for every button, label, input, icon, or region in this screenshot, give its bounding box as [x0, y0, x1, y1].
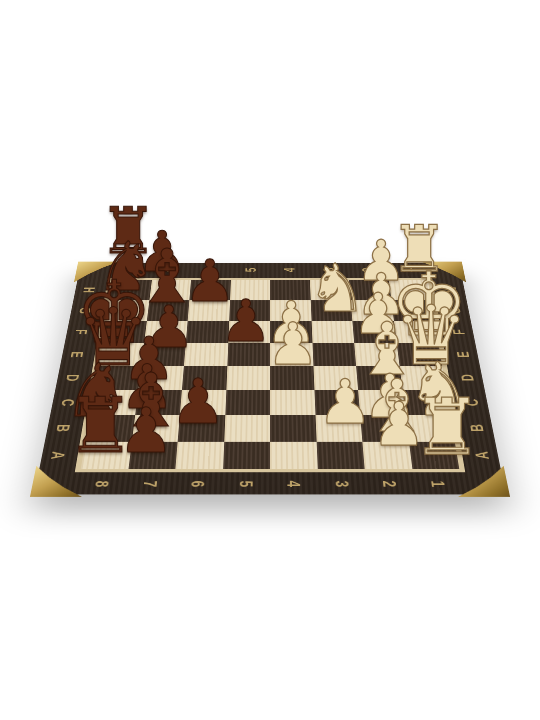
coordinate-label-near-8: 8 — [90, 477, 114, 490]
square-a6[interactable] — [175, 441, 223, 469]
piece-white-rook-a1[interactable]: ♜ — [412, 388, 482, 466]
coordinate-label-near-4: 4 — [283, 477, 305, 490]
coordinate-label-near-3: 3 — [331, 477, 354, 490]
piece-black-rook-a8[interactable]: ♜ — [66, 388, 134, 464]
piece-black-pawn-e5[interactable]: ♟ — [220, 292, 272, 350]
square-a3[interactable] — [316, 441, 364, 469]
coordinate-label-far-4: 4 — [281, 266, 299, 275]
coordinate-label-far-5: 5 — [241, 266, 259, 275]
coordinate-label-near-7: 7 — [138, 477, 161, 490]
coordinate-label-near-1: 1 — [426, 477, 450, 490]
square-b4[interactable] — [270, 415, 316, 441]
coordinate-label-near-6: 6 — [187, 477, 210, 490]
square-b5[interactable] — [224, 415, 270, 441]
square-c5[interactable] — [225, 390, 270, 415]
square-a5[interactable] — [223, 441, 270, 469]
square-d5[interactable] — [226, 366, 270, 390]
square-a4[interactable] — [270, 441, 317, 469]
square-c4[interactable] — [270, 390, 315, 415]
coordinate-label-near-5: 5 — [235, 477, 257, 490]
coordinate-label-near-2: 2 — [378, 477, 401, 490]
piece-white-pawn-d4[interactable]: ♟ — [267, 315, 319, 373]
